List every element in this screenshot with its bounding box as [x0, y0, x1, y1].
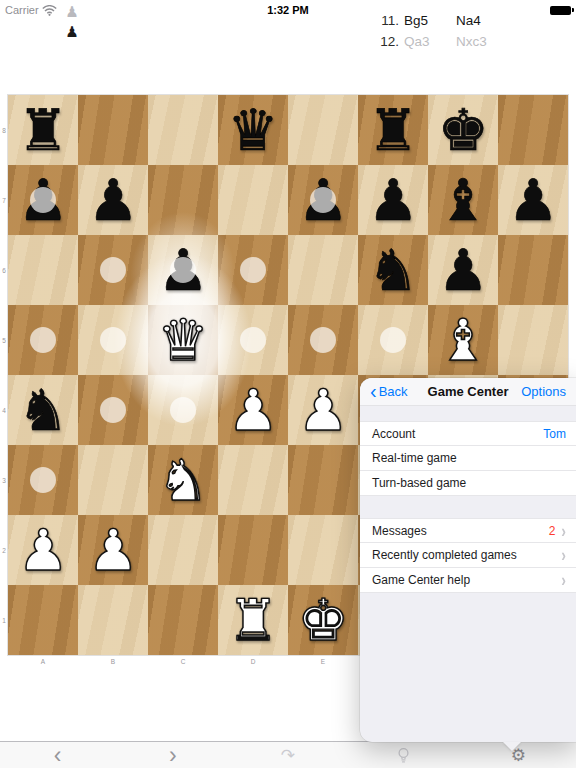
back-button[interactable]: ‹ Back: [370, 384, 408, 399]
hint-button[interactable]: [383, 742, 423, 768]
file-label-c: C: [148, 655, 218, 669]
captured-pieces-tray: ♟ ♟: [60, 5, 84, 45]
rank-label-3: 3: [0, 445, 8, 515]
square-g7[interactable]: ♝: [428, 165, 498, 235]
move-white[interactable]: Bg5: [404, 13, 456, 28]
move-hint-dot-b6: [100, 257, 126, 283]
recently-completed-games-row[interactable]: Recently completed games ›: [360, 543, 576, 568]
rank-label-7: 7: [0, 165, 8, 235]
square-d3[interactable]: [218, 445, 288, 515]
move-hint-dot-f5: [380, 327, 406, 353]
square-d8[interactable]: ♛: [218, 95, 288, 165]
move-hint-dot-e5: [310, 327, 336, 353]
clock: 1:32 PM: [267, 4, 309, 16]
rank-label-5: 5: [0, 305, 8, 375]
square-f6[interactable]: ♞: [358, 235, 428, 305]
black-pawn-f7[interactable]: ♟: [358, 165, 428, 235]
square-e8[interactable]: [288, 95, 358, 165]
forward-chevron-icon: ›: [169, 745, 177, 765]
captured-black-pawn-icon: ♟: [60, 25, 84, 45]
white-rook-d1[interactable]: ♜: [218, 585, 288, 655]
square-e3[interactable]: [288, 445, 358, 515]
account-row[interactable]: Account Tom: [360, 421, 576, 446]
white-knight-c3[interactable]: ♞: [148, 445, 218, 515]
black-king-g8[interactable]: ♚: [428, 95, 498, 165]
square-c7[interactable]: [148, 165, 218, 235]
captured-white-pawn-icon: ♟: [60, 5, 84, 25]
move-hint-dot-a3: [30, 467, 56, 493]
black-queen-d8[interactable]: ♛: [218, 95, 288, 165]
move-hint-dot-d5: [240, 327, 266, 353]
square-d1[interactable]: ♜: [218, 585, 288, 655]
rank-label-6: 6: [0, 235, 8, 305]
move-hint-dot-b5: [100, 327, 126, 353]
square-e6[interactable]: [288, 235, 358, 305]
square-b3[interactable]: [78, 445, 148, 515]
rank-label-4: 4: [0, 375, 8, 445]
square-a6[interactable]: [8, 235, 78, 305]
black-pawn-h7[interactable]: ♟: [498, 165, 568, 235]
redo-button[interactable]: ↷: [268, 742, 308, 768]
black-pawn-c6[interactable]: ♟: [148, 235, 218, 305]
popover-header: ‹ Back Game Center Options: [360, 378, 576, 406]
disclosure-chevron-icon: ›: [561, 570, 566, 590]
white-pawn-a2[interactable]: ♟: [8, 515, 78, 585]
file-label-b: B: [78, 655, 148, 669]
square-d6[interactable]: [218, 235, 288, 305]
rank-label-1: 1: [0, 585, 8, 655]
black-pawn-a7[interactable]: ♟: [8, 165, 78, 235]
rank-label-8: 8: [0, 95, 8, 165]
white-king-e1[interactable]: ♚: [288, 585, 358, 655]
square-h5[interactable]: [498, 305, 568, 375]
game-center-help-row[interactable]: Game Center help ›: [360, 568, 576, 593]
white-pawn-b2[interactable]: ♟: [78, 515, 148, 585]
square-a3[interactable]: [8, 445, 78, 515]
file-label-e: E: [288, 655, 358, 669]
popover-anchor-arrow: [503, 742, 521, 751]
square-e4[interactable]: ♟: [288, 375, 358, 445]
app-screen: Carrier 1:32 PM ♟ ♟ 11. Bg5 Na4 12. Qa3 …: [0, 0, 576, 768]
square-d7[interactable]: [218, 165, 288, 235]
square-c1[interactable]: [148, 585, 218, 655]
square-b6[interactable]: [78, 235, 148, 305]
square-a2[interactable]: ♟: [8, 515, 78, 585]
square-c6[interactable]: ♟: [148, 235, 218, 305]
move-hint-dot-c4: [170, 397, 196, 423]
black-knight-a4[interactable]: ♞: [8, 375, 78, 445]
white-pawn-e4[interactable]: ♟: [288, 375, 358, 445]
turn-based-game-row[interactable]: Turn-based game: [360, 471, 576, 496]
square-f5[interactable]: [358, 305, 428, 375]
black-pawn-b7[interactable]: ♟: [78, 165, 148, 235]
disclosure-chevron-icon: ›: [561, 545, 566, 565]
square-a5[interactable]: [8, 305, 78, 375]
square-g6[interactable]: ♟: [428, 235, 498, 305]
game-center-popover: ‹ Back Game Center Options Account Tom R…: [360, 378, 576, 742]
square-b2[interactable]: ♟: [78, 515, 148, 585]
white-bishop-g5[interactable]: ♝: [428, 305, 498, 375]
move-number: 11.: [366, 13, 404, 28]
move-hint-dot-d6: [240, 257, 266, 283]
square-g5[interactable]: ♝: [428, 305, 498, 375]
black-knight-f6[interactable]: ♞: [358, 235, 428, 305]
square-c3[interactable]: ♞: [148, 445, 218, 515]
square-a4[interactable]: ♞: [8, 375, 78, 445]
move-hint-dot-b4: [100, 397, 126, 423]
square-c5[interactable]: ♛: [148, 305, 218, 375]
black-bishop-g7[interactable]: ♝: [428, 165, 498, 235]
popover-title: Game Center: [428, 384, 509, 399]
previous-move-button[interactable]: ‹: [38, 742, 78, 768]
square-f7[interactable]: ♟: [358, 165, 428, 235]
square-e1[interactable]: ♚: [288, 585, 358, 655]
file-label-d: D: [218, 655, 288, 669]
account-value: Tom: [543, 427, 566, 441]
back-chevron-icon: ‹: [54, 745, 62, 765]
options-button[interactable]: Options: [521, 384, 566, 399]
square-g8[interactable]: ♚: [428, 95, 498, 165]
messages-row[interactable]: Messages 2 ›: [360, 518, 576, 543]
square-e2[interactable]: [288, 515, 358, 585]
square-d2[interactable]: [218, 515, 288, 585]
square-e7[interactable]: ♟: [288, 165, 358, 235]
square-h6[interactable]: [498, 235, 568, 305]
square-a8[interactable]: ♜: [8, 95, 78, 165]
square-h8[interactable]: [498, 95, 568, 165]
back-chevron-icon: ‹: [370, 385, 377, 398]
black-pawn-g6[interactable]: ♟: [428, 235, 498, 305]
square-c4[interactable]: [148, 375, 218, 445]
square-c8[interactable]: [148, 95, 218, 165]
square-d4[interactable]: ♟: [218, 375, 288, 445]
battery-icon: [550, 6, 571, 15]
carrier-label: Carrier: [5, 4, 39, 16]
group-gap: [360, 496, 576, 518]
redo-arrow-icon: ↷: [281, 745, 295, 766]
square-b4[interactable]: [78, 375, 148, 445]
lightbulb-icon: [396, 747, 411, 764]
move-number: 12.: [366, 34, 404, 49]
disclosure-chevron-icon: ›: [561, 521, 566, 541]
move-white-future[interactable]: Qa3: [404, 34, 456, 49]
file-label-a: A: [8, 655, 78, 669]
black-rook-f8[interactable]: ♜: [358, 95, 428, 165]
move-black-future[interactable]: Nxc3: [456, 34, 516, 49]
next-move-button[interactable]: ›: [153, 742, 193, 768]
square-b1[interactable]: [78, 585, 148, 655]
move-hint-dot-a5: [30, 327, 56, 353]
move-list[interactable]: 11. Bg5 Na4 12. Qa3 Nxc3: [366, 13, 516, 49]
wifi-icon: [42, 5, 57, 16]
black-pawn-e7[interactable]: ♟: [288, 165, 358, 235]
square-a7[interactable]: ♟: [8, 165, 78, 235]
square-d5[interactable]: [218, 305, 288, 375]
square-c2[interactable]: [148, 515, 218, 585]
square-b8[interactable]: [78, 95, 148, 165]
bottom-toolbar: ‹ › ↷ ⚙: [0, 741, 576, 768]
square-e5[interactable]: [288, 305, 358, 375]
move-black[interactable]: Na4: [456, 13, 516, 28]
square-b7[interactable]: ♟: [78, 165, 148, 235]
group-gap: [360, 406, 576, 421]
black-rook-a8[interactable]: ♜: [8, 95, 78, 165]
messages-count-badge: 2: [549, 524, 556, 538]
rank-label-2: 2: [0, 515, 8, 585]
square-h7[interactable]: ♟: [498, 165, 568, 235]
square-a1[interactable]: [8, 585, 78, 655]
square-b5[interactable]: [78, 305, 148, 375]
white-pawn-d4[interactable]: ♟: [218, 375, 288, 445]
real-time-game-row[interactable]: Real-time game: [360, 446, 576, 471]
square-f8[interactable]: ♜: [358, 95, 428, 165]
rank-labels: 87654321: [0, 95, 8, 655]
white-queen-c5[interactable]: ♛: [148, 305, 218, 375]
